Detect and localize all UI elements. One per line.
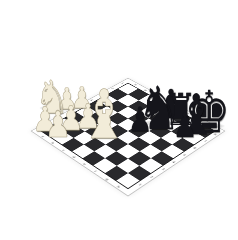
chess-mat: abcdefgh hgfedcba 12345678 87654321 [30,78,225,197]
chessboard-grid [40,83,215,189]
product-photo-scene: abcdefgh hgfedcba 12345678 87654321 ♞♟♟♝… [0,0,238,240]
white-knight-shadow [40,105,65,111]
